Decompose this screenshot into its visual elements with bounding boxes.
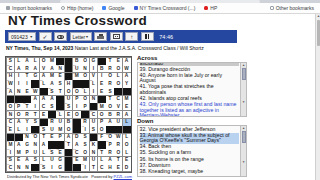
cell-letter: M xyxy=(50,74,54,79)
cell-letter: T xyxy=(26,74,29,79)
grid-cell[interactable]: E xyxy=(123,157,131,164)
cell-letter: S xyxy=(42,166,45,171)
grid-cell[interactable]: M xyxy=(48,73,56,80)
clue-number: 62 xyxy=(56,149,59,151)
bookmark-label: Google xyxy=(108,5,124,11)
page-scrollbar[interactable]: ▲ xyxy=(315,14,320,180)
other-bookmarks[interactable]: Other bookmarks xyxy=(270,5,314,11)
grid-cell[interactable]: P xyxy=(56,134,64,141)
scroll-up-icon[interactable]: ▲ xyxy=(241,63,246,67)
grid-cell[interactable]: 51F xyxy=(98,134,106,141)
cell-letter: S xyxy=(50,90,53,95)
pzzl-link[interactable]: PZZL.com xyxy=(114,174,132,179)
cell-letter: E xyxy=(67,113,70,118)
scroll-down-icon[interactable]: ▼ xyxy=(241,100,246,104)
across-clue[interactable]: 41. Yoga pose that stretches the abdomin… xyxy=(140,84,240,95)
clue-number: 8 xyxy=(81,57,82,59)
grid-cell[interactable]: U xyxy=(56,119,64,126)
grid-cell[interactable]: I xyxy=(98,73,106,80)
bookmark-google[interactable]: Google xyxy=(102,5,124,11)
grid-cell[interactable]: N xyxy=(15,164,23,171)
cell-letter: G xyxy=(33,74,37,79)
grid-cell[interactable]: N xyxy=(90,96,98,103)
cell-letter: E xyxy=(59,74,62,79)
grid-cell[interactable]: 64T xyxy=(98,149,106,156)
grid-cell[interactable]: S xyxy=(56,80,64,87)
grid-cell[interactable]: 37S xyxy=(65,103,73,110)
grid-cell[interactable]: G xyxy=(31,73,39,80)
grid-cell[interactable]: 58K xyxy=(90,141,98,148)
across-clue[interactable]: 43. Only person whose first and last nam… xyxy=(140,102,240,117)
grid-cell[interactable]: A xyxy=(123,111,131,118)
grid-cell[interactable]: U xyxy=(31,149,39,156)
grid-cell[interactable]: O xyxy=(81,96,89,103)
grid-cell[interactable]: 25S xyxy=(48,88,56,95)
grid-cell[interactable]: S xyxy=(31,157,39,164)
scrollbar-thumb[interactable] xyxy=(317,20,320,46)
grid-cell[interactable]: 6M xyxy=(48,58,56,65)
grid-cell[interactable]: 20L xyxy=(40,80,48,87)
grid-cell[interactable]: 47I xyxy=(81,126,89,133)
cell-letter: S xyxy=(42,128,45,133)
browser-window: Import bookmarks Http (home) Google NY T… xyxy=(0,0,320,180)
cell-letter: Y xyxy=(125,82,128,87)
grid-cell[interactable]: O xyxy=(114,80,122,87)
clue-number: 10 xyxy=(106,57,109,59)
grid-cell[interactable]: B xyxy=(65,119,73,126)
down-scrollbar[interactable]: ▲ ▼ xyxy=(240,126,246,176)
timer: 74:46 xyxy=(159,34,173,40)
grid-cell[interactable]: 16B xyxy=(98,65,106,72)
grid-cell[interactable]: O xyxy=(106,103,114,110)
clue-number: 56 xyxy=(15,141,18,143)
grid-cell[interactable]: G xyxy=(56,164,64,171)
bookmark-nyt-crossword[interactable]: NY Times Crossword (...) xyxy=(134,5,196,11)
grid-cell[interactable]: 69I xyxy=(81,164,89,171)
cell-letter: E xyxy=(25,90,28,95)
grid-cell[interactable]: A xyxy=(40,141,48,148)
bookmark-import[interactable]: Import bookmarks xyxy=(6,5,52,11)
grid-cell[interactable]: 2L xyxy=(15,58,23,65)
grid-cell[interactable]: E xyxy=(98,88,106,95)
nyt-bookmark-icon xyxy=(134,6,138,10)
cell-letter: I xyxy=(26,82,27,87)
cell-letter: S xyxy=(9,158,12,163)
cell-letter: V xyxy=(42,67,45,72)
grid-cell[interactable]: U xyxy=(90,157,98,164)
cell-letter: O xyxy=(100,128,104,133)
grid-cell[interactable]: W xyxy=(123,65,131,72)
cell-letter: P xyxy=(59,135,62,140)
grid-cell[interactable]: 49O xyxy=(31,134,39,141)
print-button[interactable] xyxy=(94,32,107,41)
grid-cell[interactable]: A xyxy=(123,73,131,80)
cell-letter: L xyxy=(59,113,62,118)
grid-cell[interactable]: 68S xyxy=(40,164,48,171)
grid-cell[interactable]: L xyxy=(123,119,131,126)
grid-cell[interactable]: E xyxy=(48,134,56,141)
grid-cell[interactable]: 23A xyxy=(7,88,15,95)
grid-cell[interactable]: U xyxy=(48,126,56,133)
cell-letter: C xyxy=(92,113,95,118)
cell-letter: A xyxy=(108,120,111,125)
grid-cell[interactable]: V xyxy=(40,65,48,72)
cell-letter: A xyxy=(25,158,28,163)
grid-cell[interactable]: O xyxy=(73,111,81,118)
clue-number: 30 xyxy=(65,95,68,97)
grid-cell[interactable]: Y xyxy=(123,80,131,87)
grid-cell[interactable]: 31T xyxy=(106,96,114,103)
cell-letter: O xyxy=(108,105,112,110)
grid-cell[interactable]: 62E xyxy=(56,149,64,156)
cell-letter: T xyxy=(34,113,37,118)
across-clues: aficionado39. Durango dirección40. Anyon… xyxy=(140,62,240,117)
grid-cell[interactable]: 67C xyxy=(7,164,15,171)
cell-letter: E xyxy=(50,135,53,140)
grid-cell[interactable]: R xyxy=(114,141,122,148)
clue-number: 23 xyxy=(7,88,10,90)
letter-label: Letter xyxy=(73,34,86,40)
cell-letter: R xyxy=(117,113,120,118)
down-clue[interactable]: 33. Animal whose skull is the subject of… xyxy=(140,133,240,144)
upload-button[interactable]: ↑ xyxy=(125,32,138,41)
grid-cell[interactable]: A xyxy=(23,157,31,164)
grid-cell[interactable]: D xyxy=(123,164,131,171)
cell-letter: N xyxy=(17,90,20,95)
grid-cell[interactable]: E xyxy=(40,111,48,118)
grid-cell[interactable]: 50D xyxy=(73,134,81,141)
grid-cell[interactable]: N xyxy=(81,65,89,72)
grid-cell[interactable]: O xyxy=(15,111,23,118)
clue-number: 52 xyxy=(106,134,109,136)
grid-cell[interactable]: 66E xyxy=(73,157,81,164)
grid-cell[interactable]: 22L xyxy=(90,80,98,87)
grid-cell[interactable]: T xyxy=(114,157,122,164)
grid-cell[interactable]: T xyxy=(40,134,48,141)
grid-cell[interactable]: S xyxy=(81,134,89,141)
cell-letter: S xyxy=(50,151,53,156)
grid-cell[interactable]: A xyxy=(48,96,56,103)
cell-letter: N xyxy=(34,143,37,148)
clue-number: 68 xyxy=(40,164,43,166)
clue-number: 60 xyxy=(7,149,10,151)
grid-cell[interactable]: 48N xyxy=(23,134,31,141)
cell-letter: A xyxy=(42,97,45,102)
clue-number: 35 xyxy=(15,103,18,105)
grid-cell[interactable]: E xyxy=(56,73,64,80)
grid-cell[interactable]: P xyxy=(23,149,31,156)
grid-cell[interactable]: 3A xyxy=(23,58,31,65)
cell-letter: R xyxy=(108,151,111,156)
bookmark-home[interactable]: Http (home) xyxy=(61,5,93,11)
grid-cell[interactable]: I xyxy=(90,65,98,72)
grid-cell[interactable]: G xyxy=(23,141,31,148)
grid-cell[interactable] xyxy=(65,164,73,171)
grid-cell[interactable]: U xyxy=(114,119,122,126)
cell-letter: D xyxy=(125,166,128,171)
grid-cell[interactable] xyxy=(65,149,73,156)
powered-by-text: Powered by xyxy=(91,174,113,179)
grid-cell[interactable]: O xyxy=(81,73,89,80)
grid-cell[interactable]: 12A xyxy=(123,58,131,65)
cell-letter: P xyxy=(25,151,28,156)
grid-cell[interactable]: E xyxy=(114,164,122,171)
grid-cell[interactable]: L xyxy=(114,73,122,80)
grid-cell[interactable]: I xyxy=(23,80,31,87)
clue-number: 2 xyxy=(15,57,16,59)
grid-cell[interactable]: R xyxy=(106,149,114,156)
cell-letter: C xyxy=(9,120,12,125)
grid-cell[interactable]: O xyxy=(65,126,73,133)
cell-letter: O xyxy=(116,151,120,156)
grid-cell[interactable]: S xyxy=(48,103,56,110)
eye-icon xyxy=(57,35,64,39)
cell-letter: A xyxy=(50,97,53,102)
grid-cell[interactable]: M xyxy=(15,149,23,156)
grid-cell[interactable]: A xyxy=(15,119,23,126)
grid-cell[interactable]: C xyxy=(40,103,48,110)
grid-cell[interactable]: 61S xyxy=(48,149,56,156)
grid-cell[interactable]: O xyxy=(98,111,106,118)
grid-cell[interactable]: 45E xyxy=(7,126,15,133)
grid-cell[interactable]: I xyxy=(31,103,39,110)
grid-cell[interactable]: R xyxy=(23,111,31,118)
cell-letter: Y xyxy=(25,120,28,125)
grid-cell[interactable]: U xyxy=(48,157,56,164)
scroll-down-icon[interactable]: ▼ xyxy=(241,160,246,164)
grid-cell[interactable]: T xyxy=(56,88,64,95)
scrollbar-thumb[interactable] xyxy=(242,131,246,143)
cell-letter: U xyxy=(92,158,95,163)
grid-cell[interactable]: 29A xyxy=(40,96,48,103)
grid-cell[interactable]: A xyxy=(31,65,39,72)
grid-cell[interactable]: E xyxy=(23,88,31,95)
grid-cell[interactable]: 32C xyxy=(114,96,122,103)
grid-cell[interactable]: 33M xyxy=(123,96,131,103)
grid-cell[interactable]: L xyxy=(123,149,131,156)
grid-cell[interactable]: I xyxy=(15,80,23,87)
cell-letter: I xyxy=(18,74,19,79)
grid-cell[interactable]: A xyxy=(48,65,56,72)
clue-number: 14 xyxy=(56,65,59,67)
grid-cell[interactable]: O xyxy=(114,65,122,72)
grid-cell[interactable]: R xyxy=(106,80,114,87)
cell-letter: L xyxy=(125,135,128,140)
grid-cell[interactable]: I xyxy=(15,73,23,80)
grid-cell[interactable]: O xyxy=(114,149,122,156)
clue-number: 39 xyxy=(7,111,10,113)
grid-cell[interactable]: 28A xyxy=(31,96,39,103)
grid-cell[interactable]: 43R xyxy=(48,119,56,126)
grid-cell[interactable]: P xyxy=(73,96,81,103)
grid-cell[interactable]: L xyxy=(40,149,48,156)
cell-letter: I xyxy=(84,128,85,133)
grid-cell[interactable]: 46S xyxy=(40,126,48,133)
grid-cell[interactable]: 41C xyxy=(90,111,98,118)
grid-cell[interactable]: L xyxy=(98,157,106,164)
grid-cell[interactable]: P xyxy=(81,103,89,110)
pause-button[interactable] xyxy=(141,32,154,41)
clue-number: 41 xyxy=(90,111,93,113)
grid-cell[interactable]: 21H xyxy=(65,80,73,87)
keyboard-button[interactable] xyxy=(110,32,123,41)
cell-letter: T xyxy=(59,90,62,95)
cell-letter: T xyxy=(42,135,45,140)
bookmark-label: NY Times Crossword (...) xyxy=(140,5,196,11)
grid-cell[interactable]: T xyxy=(23,73,31,80)
cell-letter: U xyxy=(92,120,95,125)
grid-cell[interactable] xyxy=(56,96,64,103)
grid-cell[interactable]: O xyxy=(106,73,114,80)
grid-cell[interactable]: E xyxy=(15,157,23,164)
grid-cell[interactable]: H xyxy=(106,164,114,171)
grid-cell[interactable]: L xyxy=(15,126,23,133)
clue-number: 65 xyxy=(7,157,10,159)
grid-cell[interactable]: 11E xyxy=(114,58,122,65)
cell-letter: U xyxy=(50,158,53,163)
scrollbar-thumb[interactable] xyxy=(242,68,246,80)
grid-cell[interactable]: 54L xyxy=(123,134,131,141)
cell-letter: R xyxy=(25,67,28,72)
cell-letter: M xyxy=(100,105,104,110)
grid-cell[interactable]: E xyxy=(123,103,131,110)
grid-cell[interactable]: N xyxy=(23,164,31,171)
cell-letter: T xyxy=(100,151,103,156)
scroll-up-icon[interactable]: ▲ xyxy=(316,14,320,19)
cell-letter: B xyxy=(67,120,70,125)
cell-letter: F xyxy=(100,135,103,140)
cell-letter: M xyxy=(17,151,21,156)
grid-cell[interactable]: A xyxy=(15,65,23,72)
grid-cell[interactable] xyxy=(65,65,73,72)
letter-select[interactable]: Letter ▼ xyxy=(70,32,92,41)
cell-letter: C xyxy=(9,166,12,171)
cell-letter: O xyxy=(9,105,13,110)
grid-cell[interactable]: S xyxy=(31,119,39,126)
clue-number: 36 xyxy=(23,103,26,105)
grid-cell[interactable]: 56A xyxy=(15,141,23,148)
grid-cell[interactable]: U xyxy=(90,119,98,126)
grid-cell[interactable]: 8O xyxy=(81,58,89,65)
clue-number: 15 xyxy=(73,65,76,67)
grid-cell[interactable]: C xyxy=(98,164,106,171)
grid-cell[interactable] xyxy=(73,164,81,171)
grid-cell[interactable]: 40L xyxy=(56,111,64,118)
cell-letter: U xyxy=(117,120,120,125)
grid-cell[interactable]: 5O xyxy=(40,58,48,65)
grid-cell[interactable]: 14N xyxy=(56,65,64,72)
grid-cell[interactable] xyxy=(65,157,73,164)
grid-cell[interactable]: E xyxy=(65,111,73,118)
clue-number: 26 xyxy=(73,88,76,90)
clue-number: 43 xyxy=(48,118,51,120)
grid-cell[interactable]: O xyxy=(81,149,89,156)
grid-cell[interactable]: S xyxy=(90,126,98,133)
scroll-up-icon[interactable]: ▲ xyxy=(241,126,246,130)
grid-cell[interactable]: 27L xyxy=(81,88,89,95)
grid-cell[interactable]: R xyxy=(114,111,122,118)
grid-cell[interactable]: B xyxy=(106,111,114,118)
grid-cell[interactable]: 59P xyxy=(106,141,114,148)
grid-cell[interactable]: I xyxy=(48,164,56,171)
date-select[interactable]: 091423 ▼ xyxy=(8,32,36,41)
grid-cell[interactable]: N xyxy=(31,141,39,148)
cell-letter: E xyxy=(117,59,120,64)
grid-cell[interactable] xyxy=(73,119,81,126)
puzzle-title: NY Times, Thu, Sep 14, 2023 Natan Last a… xyxy=(6,45,204,51)
grid-cell[interactable]: G xyxy=(56,157,64,164)
grid-cell[interactable]: I xyxy=(90,88,98,95)
clue-number: 25 xyxy=(48,88,51,90)
reveal-button[interactable] xyxy=(54,32,67,41)
cell-letter: I xyxy=(35,105,36,110)
clue-number: 9 xyxy=(90,57,91,59)
grid-cell[interactable]: 26O xyxy=(73,88,81,95)
grid-cell[interactable]: 9G xyxy=(90,58,98,65)
cell-letter: L xyxy=(84,90,87,95)
cell-letter: T xyxy=(117,158,120,163)
grid-cell[interactable]: M xyxy=(56,126,64,133)
grid-cell[interactable]: R xyxy=(106,65,114,72)
grid-cell[interactable]: A xyxy=(106,119,114,126)
cell-letter: E xyxy=(125,105,128,110)
across-header: Across xyxy=(137,55,157,61)
cell-letter: N xyxy=(92,97,95,102)
cell-letter: O xyxy=(42,59,46,64)
grid-cell[interactable] xyxy=(31,164,39,171)
grid-cell[interactable]: V xyxy=(114,103,122,110)
grid-cell[interactable]: T xyxy=(31,111,39,118)
cell-letter: B xyxy=(100,67,103,72)
cell-letter: U xyxy=(34,151,37,156)
grid-cell[interactable]: 4L xyxy=(31,58,39,65)
cell-letter: A xyxy=(9,90,12,95)
grid-cell[interactable]: 35P xyxy=(15,103,23,110)
cell-letter: A xyxy=(67,135,70,140)
grid-cell[interactable]: 57T xyxy=(65,141,73,148)
grid-cell[interactable]: S xyxy=(81,141,89,148)
grid-cell[interactable]: A xyxy=(106,157,114,164)
grid-cell[interactable]: R xyxy=(23,65,31,72)
grid-cell[interactable]: P xyxy=(98,119,106,126)
grid-cell[interactable]: 38M xyxy=(98,103,106,110)
bookmark-hp[interactable]: HP xyxy=(204,5,217,11)
grid-cell[interactable]: Y xyxy=(23,119,31,126)
cell-letter: O xyxy=(75,90,79,95)
grid-cell[interactable]: O xyxy=(123,141,131,148)
cell-letter: I xyxy=(93,67,94,72)
grid-cell[interactable]: E xyxy=(98,80,106,87)
cell-letter: O xyxy=(116,82,120,87)
check-button[interactable]: ✓ xyxy=(39,32,52,41)
grid-cell[interactable]: 53W xyxy=(114,134,122,141)
grid-cell[interactable]: T xyxy=(90,164,98,171)
grid-cell[interactable]: 36T xyxy=(23,103,31,110)
grid-cell[interactable] xyxy=(65,58,73,65)
down-clue[interactable]: 38. Kneading target, maybe xyxy=(140,169,240,175)
grid-cell[interactable]: N xyxy=(90,149,98,156)
across-scrollbar[interactable]: ▲ ▼ xyxy=(240,63,246,116)
cell-letter: C xyxy=(117,97,120,102)
grid-cell[interactable]: 18M xyxy=(73,73,81,80)
clue-number: 40 xyxy=(56,111,59,113)
grid-cell[interactable]: I xyxy=(73,103,81,110)
cell-letter: A xyxy=(25,59,28,64)
clue-number: 1 xyxy=(7,57,8,59)
across-clue[interactable]: 40. Anyone born in late July or early Au… xyxy=(140,73,240,84)
grid-cell[interactable]: N xyxy=(15,88,23,95)
grid-cell[interactable]: 10T xyxy=(106,58,114,65)
